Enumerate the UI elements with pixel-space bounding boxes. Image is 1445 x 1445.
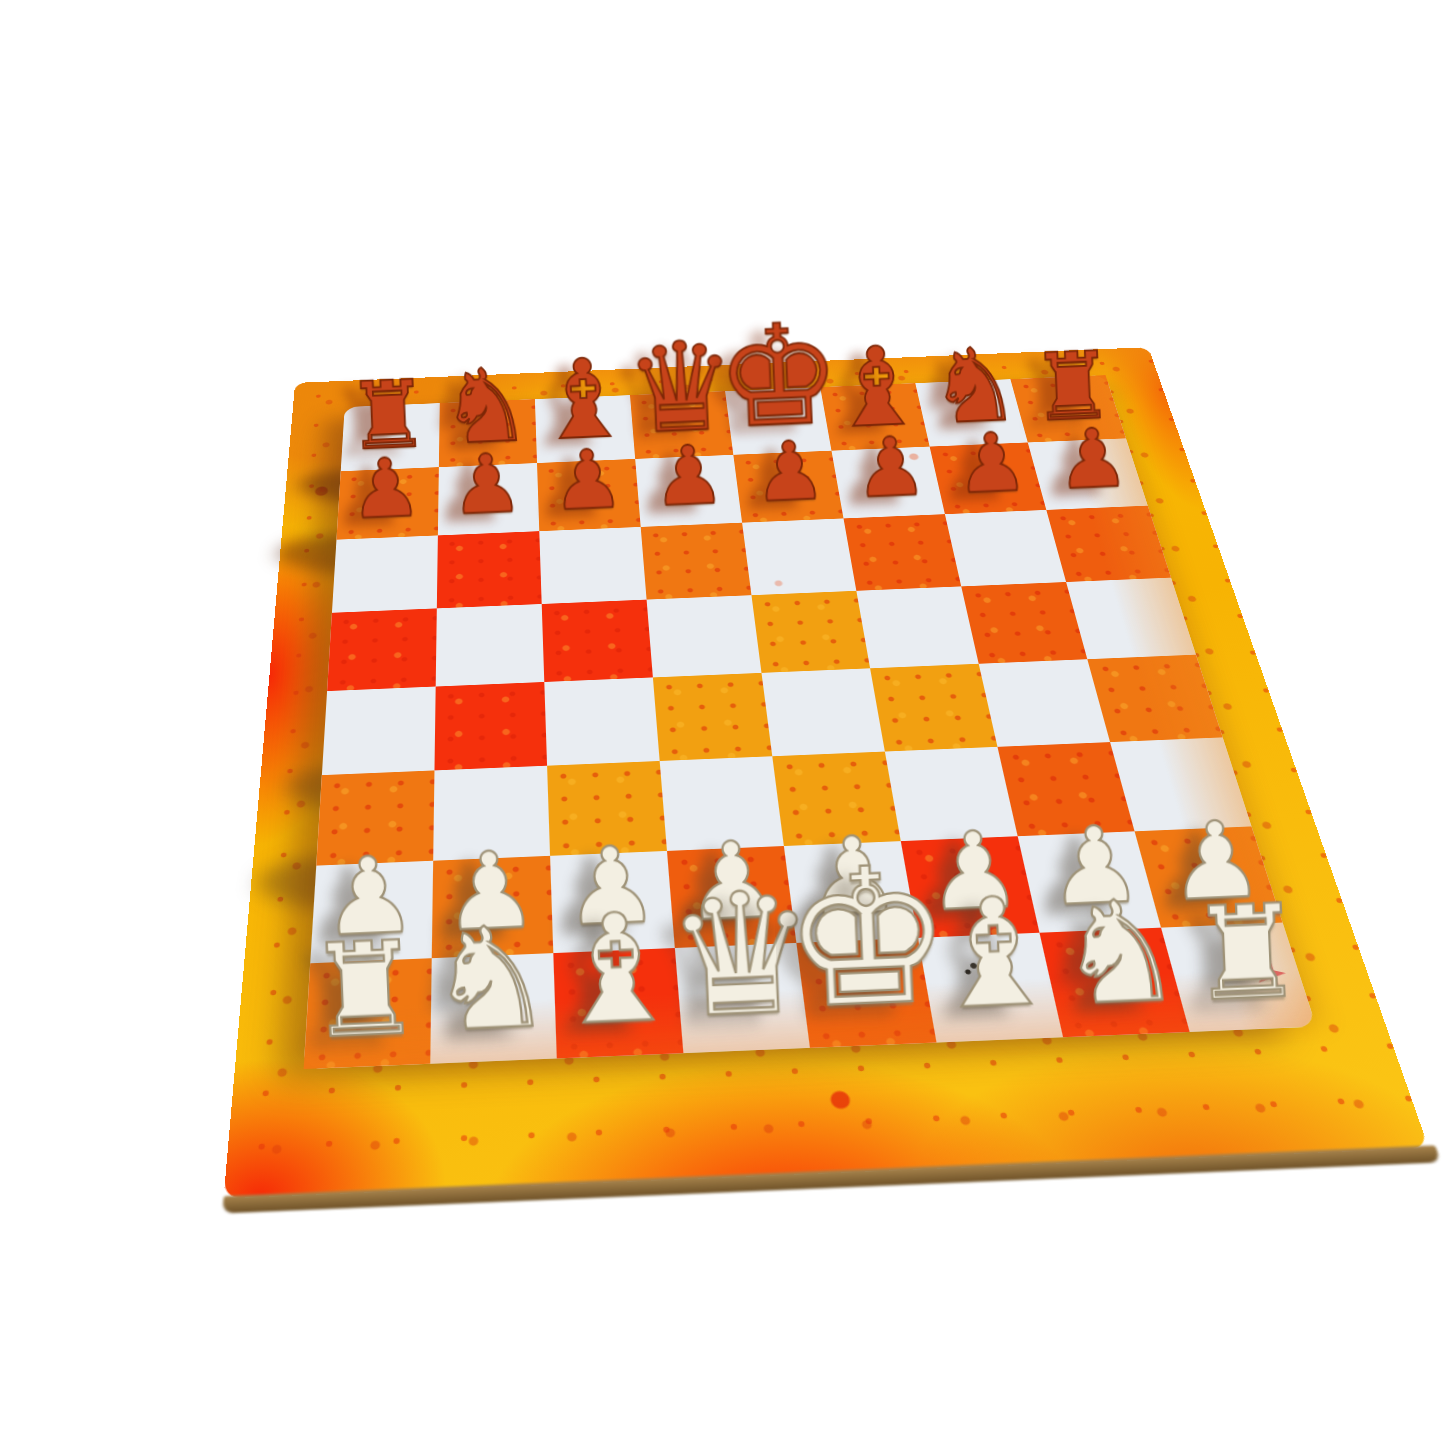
piece-white-rook-h1[interactable]: ♜ <box>1161 923 1316 1032</box>
chess-board-scene: ★ ♜♞♝♛♚♝♞♜♟♟♟♟♟♟♟♟♟♟♟♟♟♟♟♟♜♞♝♛♚♝♞♜ <box>245 180 1286 1221</box>
square-c6[interactable] <box>539 527 646 604</box>
chess-piece-glyph: ♜ <box>1152 885 1341 1021</box>
square-b4[interactable] <box>434 682 547 770</box>
square-b6[interactable] <box>437 531 542 608</box>
board-suede-edge <box>222 1145 1441 1213</box>
square-e6[interactable] <box>742 518 856 595</box>
square-c4[interactable] <box>544 677 659 765</box>
square-d6[interactable] <box>641 523 752 600</box>
square-e4[interactable] <box>761 668 884 756</box>
square-g6[interactable] <box>945 510 1066 586</box>
square-c5[interactable] <box>542 600 653 682</box>
square-f4[interactable] <box>870 664 997 752</box>
square-g5[interactable] <box>961 582 1087 664</box>
chess-piece-glyph: ♟ <box>1018 416 1168 503</box>
square-f5[interactable] <box>856 586 978 668</box>
piece-red-pawn-h7[interactable]: ♟ <box>1028 438 1148 510</box>
square-a4[interactable] <box>322 687 436 776</box>
square-f6[interactable] <box>843 514 961 591</box>
square-h5[interactable] <box>1066 578 1196 660</box>
square-e5[interactable] <box>751 591 870 673</box>
square-d4[interactable] <box>653 673 772 761</box>
square-h4[interactable] <box>1087 655 1222 742</box>
photo-canvas: ★ ♜♞♝♛♚♝♞♜♟♟♟♟♟♟♟♟♟♟♟♟♟♟♟♟♜♞♝♛♚♝♞♜ <box>0 0 1445 1445</box>
square-b5[interactable] <box>436 604 545 687</box>
square-h6[interactable] <box>1046 506 1171 582</box>
chess-board: ★ ♜♞♝♛♚♝♞♜♟♟♟♟♟♟♟♟♟♟♟♟♟♟♟♟♜♞♝♛♚♝♞♜ <box>224 347 1429 1198</box>
square-d5[interactable] <box>647 595 762 677</box>
board-playing-field: ★ ♜♞♝♛♚♝♞♜♟♟♟♟♟♟♟♟♟♟♟♟♟♟♟♟♜♞♝♛♚♝♞♜ <box>304 375 1317 1069</box>
square-a6[interactable] <box>332 535 438 612</box>
square-a5[interactable] <box>327 608 437 691</box>
